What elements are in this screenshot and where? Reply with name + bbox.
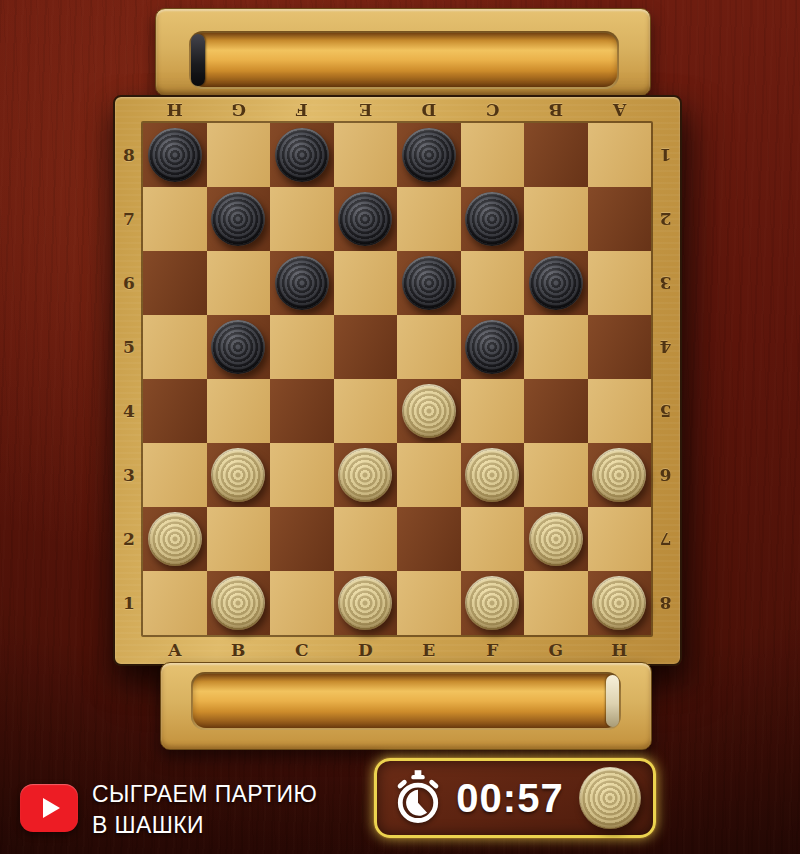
file-label-top-g: G	[207, 97, 271, 123]
play-icon	[43, 798, 60, 818]
square-h1[interactable]	[588, 571, 652, 635]
square-d7[interactable]	[334, 187, 398, 251]
square-g7	[524, 187, 588, 251]
square-f5[interactable]	[461, 315, 525, 379]
youtube-icon[interactable]	[20, 784, 78, 832]
board-grid: HGFEDCBA8172635445362718ABCDEFGH	[115, 97, 680, 664]
tray-slot	[191, 672, 621, 730]
white-checker-e4[interactable]	[402, 384, 456, 438]
square-g4[interactable]	[524, 379, 588, 443]
square-c1	[270, 571, 334, 635]
black-checker-a8[interactable]	[148, 128, 202, 182]
checkers-board: HGFEDCBA8172635445362718ABCDEFGH	[113, 95, 682, 666]
black-checker-c6[interactable]	[275, 256, 329, 310]
file-label-bottom-e: E	[397, 635, 461, 664]
rank-label-right-2: 2	[651, 187, 680, 251]
rank-label-left-8: 8	[115, 123, 143, 187]
rank-label-left-1: 1	[115, 571, 143, 635]
square-b4	[207, 379, 271, 443]
square-e1	[397, 571, 461, 635]
square-f8	[461, 123, 525, 187]
square-g3	[524, 443, 588, 507]
square-f3[interactable]	[461, 443, 525, 507]
square-b6	[207, 251, 271, 315]
white-checker-d3[interactable]	[338, 448, 392, 502]
square-e2[interactable]	[397, 507, 461, 571]
rank-label-left-4: 4	[115, 379, 143, 443]
caption-line-2: В ШАШКИ	[92, 810, 317, 841]
square-c4[interactable]	[270, 379, 334, 443]
file-label-bottom-d: D	[334, 635, 398, 664]
square-b1[interactable]	[207, 571, 271, 635]
file-label-top-e: E	[334, 97, 398, 123]
black-checker-b7[interactable]	[211, 192, 265, 246]
square-g5	[524, 315, 588, 379]
square-f4	[461, 379, 525, 443]
square-f7[interactable]	[461, 187, 525, 251]
square-e5	[397, 315, 461, 379]
rank-label-left-2: 2	[115, 507, 143, 571]
file-label-bottom-c: C	[270, 635, 334, 664]
square-b2	[207, 507, 271, 571]
board-frame-corner	[651, 635, 680, 664]
captured-pieces-tray-bottom	[160, 662, 652, 750]
square-h6	[588, 251, 652, 315]
square-a4[interactable]	[143, 379, 207, 443]
square-c6[interactable]	[270, 251, 334, 315]
caption-text: СЫГРАЕМ ПАРТИЮ В ШАШКИ	[92, 779, 317, 841]
white-checker-h3[interactable]	[592, 448, 646, 502]
square-h7[interactable]	[588, 187, 652, 251]
square-e6[interactable]	[397, 251, 461, 315]
timer-panel: 00:57	[374, 758, 656, 838]
tray-slot	[189, 31, 619, 89]
file-label-top-c: C	[461, 97, 525, 123]
rank-label-left-7: 7	[115, 187, 143, 251]
timer-value: 00:57	[441, 776, 579, 821]
rank-label-left-3: 3	[115, 443, 143, 507]
square-c3	[270, 443, 334, 507]
square-g1	[524, 571, 588, 635]
white-checker-d1[interactable]	[338, 576, 392, 630]
square-h5[interactable]	[588, 315, 652, 379]
white-checker-f1[interactable]	[465, 576, 519, 630]
black-checker-d7[interactable]	[338, 192, 392, 246]
black-checker-g6[interactable]	[529, 256, 583, 310]
square-d2	[334, 507, 398, 571]
square-f1[interactable]	[461, 571, 525, 635]
turn-indicator-checker	[579, 767, 641, 829]
square-a1	[143, 571, 207, 635]
black-checker-f5[interactable]	[465, 320, 519, 374]
captured-pieces-tray-top	[155, 8, 651, 96]
square-g6[interactable]	[524, 251, 588, 315]
rank-label-right-4: 4	[651, 315, 680, 379]
square-h3[interactable]	[588, 443, 652, 507]
file-label-top-b: B	[524, 97, 588, 123]
file-label-bottom-f: F	[461, 635, 525, 664]
rank-label-right-3: 3	[651, 251, 680, 315]
stopwatch-icon	[395, 770, 441, 826]
tray-cylinder	[191, 33, 617, 87]
file-label-top-a: A	[588, 97, 652, 123]
board-frame-corner	[115, 97, 143, 123]
square-e4[interactable]	[397, 379, 461, 443]
square-a7	[143, 187, 207, 251]
file-label-bottom-h: H	[588, 635, 652, 664]
file-label-bottom-b: B	[207, 635, 271, 664]
rank-label-right-6: 6	[651, 443, 680, 507]
file-label-top-d: D	[397, 97, 461, 123]
square-e8[interactable]	[397, 123, 461, 187]
game-background: HGFEDCBA8172635445362718ABCDEFGH СЫГРАЕМ…	[0, 0, 800, 854]
black-checker-c8[interactable]	[275, 128, 329, 182]
square-b3[interactable]	[207, 443, 271, 507]
black-checker-e8[interactable]	[402, 128, 456, 182]
board-frame-corner	[651, 97, 680, 123]
rank-label-right-5: 5	[651, 379, 680, 443]
rank-label-right-8: 8	[651, 571, 680, 635]
caption-line-1: СЫГРАЕМ ПАРТИЮ	[92, 779, 317, 810]
square-c5	[270, 315, 334, 379]
square-f2	[461, 507, 525, 571]
rank-label-right-1: 1	[651, 123, 680, 187]
black-checker-e6[interactable]	[402, 256, 456, 310]
square-c8[interactable]	[270, 123, 334, 187]
square-b8	[207, 123, 271, 187]
board-frame-corner	[115, 635, 143, 664]
white-checker-b1[interactable]	[211, 576, 265, 630]
square-b7[interactable]	[207, 187, 271, 251]
square-d4	[334, 379, 398, 443]
square-h8	[588, 123, 652, 187]
rank-label-left-5: 5	[115, 315, 143, 379]
square-g8[interactable]	[524, 123, 588, 187]
square-d1[interactable]	[334, 571, 398, 635]
square-a8[interactable]	[143, 123, 207, 187]
square-a6[interactable]	[143, 251, 207, 315]
square-d6	[334, 251, 398, 315]
square-d3[interactable]	[334, 443, 398, 507]
captured-checker-edge	[606, 675, 619, 727]
file-label-bottom-a: A	[143, 635, 207, 664]
white-checker-b3[interactable]	[211, 448, 265, 502]
file-label-bottom-g: G	[524, 635, 588, 664]
square-a5	[143, 315, 207, 379]
file-label-top-f: F	[270, 97, 334, 123]
white-checker-g2[interactable]	[529, 512, 583, 566]
white-checker-h1[interactable]	[592, 576, 646, 630]
square-a3	[143, 443, 207, 507]
white-checker-f3[interactable]	[465, 448, 519, 502]
square-a2[interactable]	[143, 507, 207, 571]
square-h4	[588, 379, 652, 443]
square-d5[interactable]	[334, 315, 398, 379]
square-d8	[334, 123, 398, 187]
square-h2	[588, 507, 652, 571]
square-c7	[270, 187, 334, 251]
captured-checker-edge	[191, 34, 205, 86]
black-checker-f7[interactable]	[465, 192, 519, 246]
tray-cylinder	[193, 674, 619, 728]
black-checker-b5[interactable]	[211, 320, 265, 374]
square-e3	[397, 443, 461, 507]
white-checker-a2[interactable]	[148, 512, 202, 566]
rank-label-right-7: 7	[651, 507, 680, 571]
square-c2[interactable]	[270, 507, 334, 571]
rank-label-left-6: 6	[115, 251, 143, 315]
square-b5[interactable]	[207, 315, 271, 379]
square-e7	[397, 187, 461, 251]
square-g2[interactable]	[524, 507, 588, 571]
file-label-top-h: H	[143, 97, 207, 123]
square-f6	[461, 251, 525, 315]
